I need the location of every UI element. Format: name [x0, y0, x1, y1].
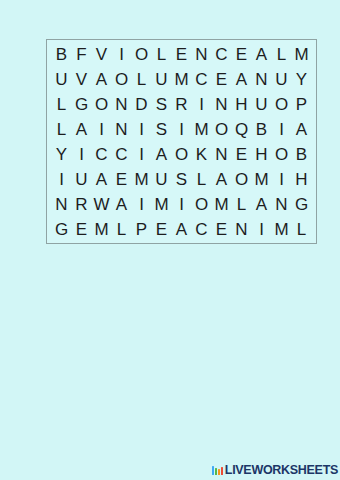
grid-cell[interactable]: A: [152, 142, 172, 167]
grid-cell[interactable]: E: [152, 217, 172, 242]
grid-cell[interactable]: I: [252, 217, 272, 242]
grid-cell[interactable]: I: [132, 192, 152, 217]
liveworksheets-bars-icon: [212, 465, 223, 476]
grid-cell[interactable]: S: [172, 167, 192, 192]
grid-cell[interactable]: Q: [232, 117, 252, 142]
grid-cell[interactable]: G: [52, 217, 72, 242]
grid-cell[interactable]: N: [52, 192, 72, 217]
grid-cell[interactable]: A: [212, 167, 232, 192]
word-search-board: BFVIOLENCEALMUVAOLUMCEANUYLGONDSRINHUOPL…: [46, 39, 317, 244]
grid-cell[interactable]: F: [72, 42, 92, 67]
grid-cell[interactable]: C: [212, 42, 232, 67]
grid-cell[interactable]: U: [152, 67, 172, 92]
letter-grid: BFVIOLENCEALMUVAOLUMCEANUYLGONDSRINHUOPL…: [52, 42, 312, 242]
grid-cell[interactable]: U: [252, 92, 272, 117]
grid-cell[interactable]: W: [92, 192, 112, 217]
grid-cell[interactable]: Y: [52, 142, 72, 167]
grid-cell[interactable]: O: [92, 92, 112, 117]
grid-cell[interactable]: I: [172, 117, 192, 142]
grid-cell[interactable]: A: [172, 217, 192, 242]
grid-cell[interactable]: M: [252, 167, 272, 192]
grid-cell[interactable]: L: [292, 217, 312, 242]
grid-cell[interactable]: A: [232, 67, 252, 92]
grid-cell[interactable]: L: [52, 92, 72, 117]
grid-cell[interactable]: B: [292, 142, 312, 167]
grid-cell[interactable]: N: [212, 92, 232, 117]
grid-cell[interactable]: E: [212, 217, 232, 242]
grid-cell[interactable]: G: [72, 92, 92, 117]
grid-cell[interactable]: U: [272, 67, 292, 92]
grid-cell[interactable]: B: [52, 42, 72, 67]
grid-cell[interactable]: L: [232, 192, 252, 217]
grid-cell[interactable]: R: [172, 92, 192, 117]
grid-cell[interactable]: O: [132, 42, 152, 67]
grid-cell[interactable]: M: [92, 217, 112, 242]
grid-cell[interactable]: L: [152, 42, 172, 67]
grid-cell[interactable]: U: [152, 167, 172, 192]
grid-cell[interactable]: N: [112, 117, 132, 142]
grid-cell[interactable]: I: [92, 117, 112, 142]
grid-cell[interactable]: H: [232, 92, 252, 117]
grid-cell[interactable]: C: [112, 142, 132, 167]
grid-cell[interactable]: E: [212, 67, 232, 92]
grid-cell[interactable]: N: [112, 92, 132, 117]
grid-cell[interactable]: O: [272, 142, 292, 167]
grid-cell[interactable]: S: [152, 92, 172, 117]
worksheet-page: BFVIOLENCEALMUVAOLUMCEANUYLGONDSRINHUOPL…: [0, 0, 340, 480]
grid-cell[interactable]: A: [92, 67, 112, 92]
grid-cell[interactable]: N: [272, 192, 292, 217]
grid-cell[interactable]: N: [252, 67, 272, 92]
grid-cell[interactable]: V: [92, 42, 112, 67]
grid-cell[interactable]: S: [152, 117, 172, 142]
grid-cell[interactable]: A: [92, 167, 112, 192]
grid-cell[interactable]: C: [192, 217, 212, 242]
grid-cell[interactable]: N: [232, 217, 252, 242]
grid-cell[interactable]: I: [112, 42, 132, 67]
grid-cell[interactable]: E: [232, 142, 252, 167]
grid-cell[interactable]: R: [72, 192, 92, 217]
grid-cell[interactable]: I: [132, 117, 152, 142]
grid-cell[interactable]: E: [72, 217, 92, 242]
grid-cell[interactable]: H: [292, 167, 312, 192]
grid-cell[interactable]: O: [232, 167, 252, 192]
grid-cell[interactable]: I: [132, 142, 152, 167]
grid-cell[interactable]: U: [52, 67, 72, 92]
grid-cell[interactable]: L: [192, 167, 212, 192]
grid-cell[interactable]: A: [112, 192, 132, 217]
grid-cell[interactable]: D: [132, 92, 152, 117]
grid-cell[interactable]: I: [52, 167, 72, 192]
grid-cell[interactable]: L: [132, 67, 152, 92]
grid-cell[interactable]: O: [112, 67, 132, 92]
grid-cell[interactable]: A: [252, 42, 272, 67]
grid-cell[interactable]: U: [72, 167, 92, 192]
grid-cell[interactable]: M: [152, 192, 172, 217]
grid-cell[interactable]: M: [172, 67, 192, 92]
grid-cell[interactable]: I: [172, 192, 192, 217]
grid-cell[interactable]: A: [292, 117, 312, 142]
grid-cell[interactable]: M: [132, 167, 152, 192]
grid-cell[interactable]: L: [52, 117, 72, 142]
grid-cell[interactable]: A: [252, 192, 272, 217]
grid-cell[interactable]: G: [292, 192, 312, 217]
grid-cell[interactable]: M: [212, 192, 232, 217]
grid-cell[interactable]: E: [172, 42, 192, 67]
grid-cell[interactable]: O: [192, 192, 212, 217]
grid-cell[interactable]: E: [232, 42, 252, 67]
grid-cell[interactable]: C: [192, 67, 212, 92]
grid-cell[interactable]: M: [272, 217, 292, 242]
grid-cell[interactable]: I: [272, 117, 292, 142]
grid-cell[interactable]: O: [212, 117, 232, 142]
grid-cell[interactable]: M: [192, 117, 212, 142]
grid-cell[interactable]: L: [272, 42, 292, 67]
liveworksheets-text: LIVEWORKSHEETS: [225, 464, 338, 476]
grid-cell[interactable]: H: [252, 142, 272, 167]
grid-cell[interactable]: M: [292, 42, 312, 67]
grid-cell[interactable]: I: [192, 92, 212, 117]
grid-cell[interactable]: O: [172, 142, 192, 167]
grid-cell[interactable]: E: [112, 167, 132, 192]
grid-cell[interactable]: C: [92, 142, 112, 167]
grid-cell[interactable]: A: [72, 117, 92, 142]
liveworksheets-logo[interactable]: LIVEWORKSHEETS: [212, 464, 338, 476]
grid-cell[interactable]: B: [252, 117, 272, 142]
grid-cell[interactable]: I: [72, 142, 92, 167]
grid-cell[interactable]: P: [292, 92, 312, 117]
grid-cell[interactable]: Y: [292, 67, 312, 92]
grid-cell[interactable]: I: [272, 167, 292, 192]
grid-cell[interactable]: K: [192, 142, 212, 167]
grid-cell[interactable]: V: [72, 67, 92, 92]
grid-cell[interactable]: P: [132, 217, 152, 242]
grid-cell[interactable]: O: [272, 92, 292, 117]
grid-cell[interactable]: L: [112, 217, 132, 242]
grid-cell[interactable]: N: [212, 142, 232, 167]
grid-cell[interactable]: N: [192, 42, 212, 67]
